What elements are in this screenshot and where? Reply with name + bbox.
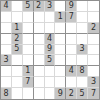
cell-r8c5[interactable]: [45, 77, 56, 88]
cell-r7c5[interactable]: [45, 66, 56, 77]
cell-r2c6: 1: [55, 12, 66, 23]
cell-r6c8[interactable]: [77, 55, 88, 66]
cell-r8c8[interactable]: [77, 77, 88, 88]
cell-r1c5: 3: [45, 1, 56, 12]
cell-r6c5: 5: [45, 55, 56, 66]
cell-r4c8[interactable]: [77, 34, 88, 45]
cell-r2c5[interactable]: [45, 12, 56, 23]
cell-r7c3: 1: [23, 66, 34, 77]
cell-r4c3[interactable]: [23, 34, 34, 45]
cell-r4c6[interactable]: [55, 34, 66, 45]
cell-r3c6[interactable]: [55, 23, 66, 34]
cell-r1c4: 2: [34, 1, 45, 12]
cell-r2c2[interactable]: [12, 12, 23, 23]
cell-r9c2[interactable]: [12, 88, 23, 99]
cell-r9c1: 8: [1, 88, 12, 99]
cell-r5c2: 5: [12, 45, 23, 56]
cell-r5c8: 3: [77, 45, 88, 56]
cell-r9c4[interactable]: [34, 88, 45, 99]
cell-r3c5[interactable]: [45, 23, 56, 34]
sudoku-board: 45239171224593351487389257: [0, 0, 100, 100]
cell-r1c3: 5: [23, 1, 34, 12]
cell-r7c8: 8: [77, 66, 88, 77]
cell-r4c5: 4: [45, 34, 56, 45]
cell-r7c2[interactable]: [12, 66, 23, 77]
cell-r6c6[interactable]: [55, 55, 66, 66]
cell-r8c4[interactable]: [34, 77, 45, 88]
cell-r5c3[interactable]: [23, 45, 34, 56]
cell-r3c8[interactable]: [77, 23, 88, 34]
cell-r4c2: 2: [12, 34, 23, 45]
cell-r3c2: 1: [12, 23, 23, 34]
cell-r3c4[interactable]: [34, 23, 45, 34]
cell-r6c7[interactable]: [66, 55, 77, 66]
cell-r6c3[interactable]: [23, 55, 34, 66]
cell-r6c9[interactable]: [88, 55, 99, 66]
cell-r1c8[interactable]: [77, 1, 88, 12]
cell-r9c9: 7: [88, 88, 99, 99]
cell-r5c9[interactable]: [88, 45, 99, 56]
cell-r2c3[interactable]: [23, 12, 34, 23]
cell-r7c9[interactable]: [88, 66, 99, 77]
cell-r9c3[interactable]: [23, 88, 34, 99]
cell-r1c1: 4: [1, 1, 12, 12]
cell-r8c2[interactable]: [12, 77, 23, 88]
cell-r3c9: 2: [88, 23, 99, 34]
cell-r3c1[interactable]: [1, 23, 12, 34]
cell-r2c8[interactable]: [77, 12, 88, 23]
cell-r5c7[interactable]: [66, 45, 77, 56]
cell-r1c2[interactable]: [12, 1, 23, 12]
cell-r8c3: 7: [23, 77, 34, 88]
cell-r4c7[interactable]: [66, 34, 77, 45]
cell-r5c4[interactable]: [34, 45, 45, 56]
cell-r7c1[interactable]: [1, 66, 12, 77]
cell-r7c7: 4: [66, 66, 77, 77]
cell-r1c9[interactable]: [88, 1, 99, 12]
cell-r7c6[interactable]: [55, 66, 66, 77]
cell-r8c6[interactable]: [55, 77, 66, 88]
cell-r4c1[interactable]: [1, 34, 12, 45]
cell-r6c1: 3: [1, 55, 12, 66]
cell-r6c2[interactable]: [12, 55, 23, 66]
cell-r8c7[interactable]: [66, 77, 77, 88]
cell-r2c7: 7: [66, 12, 77, 23]
cell-r8c9: 3: [88, 77, 99, 88]
cell-r7c4[interactable]: [34, 66, 45, 77]
cell-r8c1[interactable]: [1, 77, 12, 88]
cell-r3c3[interactable]: [23, 23, 34, 34]
cell-r5c6[interactable]: [55, 45, 66, 56]
cell-r6c4[interactable]: [34, 55, 45, 66]
cell-r4c4[interactable]: [34, 34, 45, 45]
cell-r3c7[interactable]: [66, 23, 77, 34]
cell-r2c1[interactable]: [1, 12, 12, 23]
cell-r1c7: 9: [66, 1, 77, 12]
cell-r2c4[interactable]: [34, 12, 45, 23]
cell-r2c9[interactable]: [88, 12, 99, 23]
cell-r1c6[interactable]: [55, 1, 66, 12]
cell-r5c1[interactable]: [1, 45, 12, 56]
cell-r9c5[interactable]: [45, 88, 56, 99]
cell-r9c8: 5: [77, 88, 88, 99]
cell-r9c6: 9: [55, 88, 66, 99]
cell-r4c9[interactable]: [88, 34, 99, 45]
cell-r5c5: 9: [45, 45, 56, 56]
cell-r9c7: 2: [66, 88, 77, 99]
